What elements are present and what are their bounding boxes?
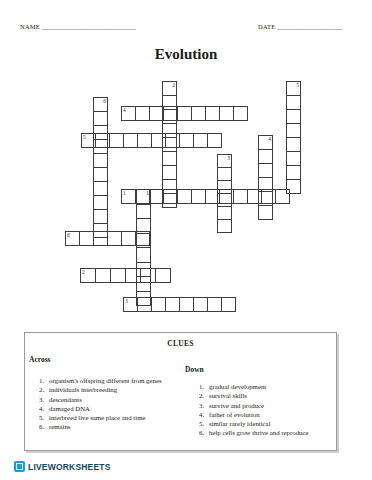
clue-number-label: 1 (146, 190, 149, 196)
grid-cell[interactable] (136, 276, 151, 292)
grid-cell[interactable] (221, 297, 236, 312)
grid-cell[interactable] (162, 123, 177, 138)
grid-cell[interactable] (286, 95, 301, 110)
grid-cell[interactable] (191, 106, 206, 121)
grid-cell[interactable] (136, 247, 151, 263)
grid-cell[interactable] (286, 165, 301, 180)
down-word-1: 1 (136, 189, 151, 306)
grid-cell[interactable] (193, 297, 208, 312)
grid-cell[interactable] (286, 151, 301, 166)
grid-cell[interactable] (165, 297, 180, 312)
across-clue-1: 1.organism's offspring different from ge… (39, 376, 162, 385)
grid-cell[interactable] (258, 163, 273, 178)
grid-cell[interactable] (179, 297, 194, 312)
grid-cell[interactable] (109, 133, 124, 148)
grid-cell[interactable] (233, 189, 248, 204)
grid-cell[interactable] (93, 111, 108, 126)
grid-cell[interactable] (155, 268, 171, 283)
grid-cell[interactable] (162, 109, 177, 124)
down-clue-list: 1.gradual development 2.survival skills … (199, 382, 308, 438)
grid-cell[interactable]: 6 (93, 97, 108, 112)
grid-cell[interactable] (136, 233, 151, 249)
grid-cell[interactable] (258, 191, 273, 206)
down-word-3: 3 (217, 154, 232, 233)
down-word-4: 4 (258, 135, 273, 220)
clues-box: CLUES Across 1.organism's offspring diff… (24, 332, 337, 451)
grid-cell[interactable]: 2 (80, 268, 96, 283)
across-word-2: 2 (80, 268, 171, 283)
grid-cell[interactable] (179, 133, 194, 148)
grid-cell[interactable]: 4 (258, 135, 273, 150)
grid-cell[interactable] (258, 205, 273, 220)
across-clue-4: 4.damaged DNA (39, 404, 162, 413)
grid-cell[interactable] (258, 149, 273, 164)
clue-number-label: 2 (82, 269, 85, 275)
grid-cell[interactable] (217, 206, 232, 220)
grid-cell[interactable] (286, 123, 301, 138)
grid-cell[interactable] (93, 195, 108, 210)
down-clue-3: 3.survive and produce (199, 401, 308, 410)
clue-number-label: 5 (83, 134, 86, 140)
grid-cell[interactable] (137, 133, 152, 148)
grid-cell[interactable] (207, 297, 222, 312)
grid-cell[interactable] (205, 106, 220, 121)
grid-cell[interactable] (136, 291, 151, 307)
down-clue-4: 4.father of evolution (199, 410, 308, 419)
grid-cell[interactable] (93, 209, 108, 224)
grid-cell[interactable]: 2 (162, 81, 177, 96)
grid-cell[interactable] (286, 109, 301, 124)
grid-cell[interactable]: 6 (65, 231, 80, 246)
clue-number-label: 6 (103, 98, 106, 104)
clue-number-label: 1 (123, 190, 126, 196)
grid-cell[interactable]: 4 (121, 106, 136, 121)
grid-cell[interactable]: 3 (217, 154, 232, 168)
grid-cell[interactable]: 5 (286, 81, 301, 96)
grid-cell[interactable] (93, 223, 108, 238)
grid-cell[interactable] (258, 177, 273, 192)
grid-cell[interactable] (177, 189, 192, 204)
across-clue-list: 1.organism's offspring different from ge… (39, 376, 162, 432)
down-word-2: 2 (162, 81, 177, 208)
grid-cell[interactable] (177, 106, 192, 121)
liveworksheets-logo[interactable]: LIVEWORKSHEETS (14, 461, 111, 472)
grid-cell[interactable] (151, 297, 166, 312)
grid-cell[interactable] (121, 231, 136, 246)
grid-cell[interactable] (207, 133, 222, 148)
down-word-5: 5 (286, 81, 301, 194)
grid-cell[interactable] (162, 151, 177, 166)
grid-cell[interactable] (162, 95, 177, 110)
down-clue-2: 2.survival skills (199, 391, 308, 400)
down-clue-6: 6.help cells grow thrive and reproduce (199, 428, 308, 437)
grid-cell[interactable] (217, 180, 232, 194)
grid-cell[interactable] (162, 165, 177, 180)
grid-cell[interactable] (136, 262, 151, 278)
liveworksheets-brand-text: LIVEWORKSHEETS (28, 462, 111, 472)
grid-cell[interactable] (233, 106, 248, 121)
grid-cell[interactable] (162, 193, 177, 208)
grid-cell[interactable] (217, 193, 232, 207)
across-heading: Across (29, 355, 51, 364)
across-clue-6: 6.remains (39, 422, 162, 431)
down-word-6: 6 (93, 97, 108, 238)
grid-cell[interactable] (110, 268, 126, 283)
grid-cell[interactable] (217, 219, 232, 233)
grid-cell[interactable] (93, 139, 108, 154)
grid-cell[interactable] (93, 181, 108, 196)
clue-number-label: 6 (67, 232, 70, 238)
grid-cell[interactable] (93, 167, 108, 182)
across-clue-3: 3.descendants (39, 395, 162, 404)
grid-cell[interactable] (162, 137, 177, 152)
grid-cell[interactable] (93, 153, 108, 168)
grid-cell[interactable] (79, 231, 94, 246)
grid-cell[interactable] (193, 133, 208, 148)
grid-cell[interactable] (93, 125, 108, 140)
clue-number-label: 3 (125, 298, 128, 304)
grid-cell[interactable] (95, 268, 111, 283)
grid-cell[interactable] (217, 167, 232, 181)
clue-number-label: 5 (296, 82, 299, 88)
clue-number-label: 4 (268, 136, 271, 142)
down-heading: Down (185, 365, 204, 374)
down-clue-5: 5.similar rarely identical (199, 419, 308, 428)
worksheet-page: NAME _____________________________ DATE … (0, 0, 372, 480)
grid-cell[interactable] (136, 218, 151, 234)
across-clue-2: 2.individuals interbreeding (39, 385, 162, 394)
clue-number-label: 3 (227, 155, 230, 161)
liveworksheets-icon (14, 461, 25, 472)
grid-cell[interactable]: 1 (136, 189, 151, 205)
grid-cell[interactable] (191, 189, 206, 204)
grid-cell[interactable] (162, 179, 177, 194)
grid-cell[interactable] (136, 204, 151, 220)
grid-cell[interactable] (123, 133, 138, 148)
grid-cell[interactable] (219, 106, 234, 121)
clue-number-label: 4 (123, 107, 126, 113)
clue-number-label: 2 (172, 82, 175, 88)
grid-cell[interactable] (286, 137, 301, 152)
grid-cell[interactable] (135, 106, 150, 121)
grid-cell[interactable] (286, 179, 301, 194)
across-word-4: 4 (121, 106, 248, 121)
grid-cell[interactable]: 1 (121, 189, 136, 204)
grid-cell[interactable] (107, 231, 122, 246)
across-clue-5: 5.interbreed live same place and time (39, 413, 162, 422)
down-clue-1: 1.gradual development (199, 382, 308, 391)
clues-box-title: CLUES (25, 339, 336, 348)
